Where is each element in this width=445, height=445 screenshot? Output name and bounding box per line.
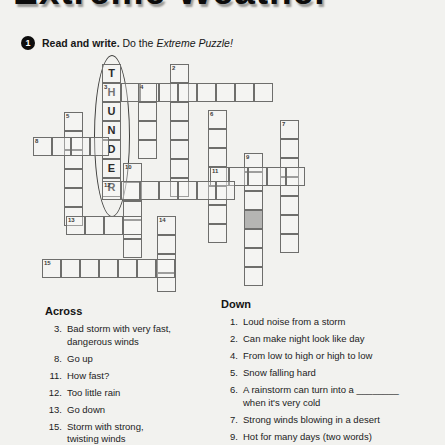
- grid-cell-3-across-3[interactable]: [159, 83, 178, 102]
- across-clue-3: 3.Bad storm with very fast, dangerous wi…: [45, 323, 213, 348]
- clue-text: A rainstorm can turn into a ________ whe…: [243, 384, 399, 409]
- grid-cell-13-across-1[interactable]: [85, 216, 104, 235]
- grid-cell-9-down-4[interactable]: [244, 229, 263, 248]
- grid-cell-12-across-5[interactable]: [197, 181, 216, 200]
- cell-number-14-down: 14: [159, 217, 166, 224]
- grid-cell-7-down-6[interactable]: [280, 234, 299, 253]
- grid-cell-7-down-1[interactable]: [280, 139, 299, 158]
- clue-text: Strong winds blowing in a desert: [243, 414, 380, 427]
- down-clue-5: 5.Snow falling hard: [221, 367, 441, 380]
- grid-cell-2-down-5[interactable]: [170, 159, 189, 178]
- cell-letter-1-down-0: T: [108, 68, 115, 79]
- grid-cell-5-down-3[interactable]: [64, 169, 83, 188]
- cell-number-11-across: 11: [212, 168, 218, 175]
- down-clue-7: 7.Strong winds blowing in a desert: [221, 414, 441, 427]
- cell-number-5-down: 5: [66, 113, 69, 120]
- grid-cell-7-down-4[interactable]: [280, 196, 299, 215]
- clue-number: 11.: [45, 370, 62, 383]
- grid-cell-1-down-5[interactable]: E: [102, 159, 121, 178]
- clue-text: Storm with strong, twisting winds: [67, 421, 144, 445]
- grid-cell-2-down-3[interactable]: [170, 121, 189, 140]
- down-header: Down: [221, 298, 441, 310]
- grid-cell-8-across-2[interactable]: [71, 137, 90, 156]
- clue-number: 12.: [45, 387, 62, 400]
- clue-number: 7.: [221, 414, 238, 427]
- cell-number-12-across: 12: [104, 182, 111, 189]
- grid-cell-15-across-3[interactable]: [99, 259, 118, 278]
- grid-cell-9-down-2[interactable]: [244, 191, 263, 210]
- clue-number: 1.: [221, 316, 238, 329]
- down-clues: Down 1.Loud noise from a storm2.Can make…: [221, 298, 441, 445]
- clue-number: 3.: [45, 323, 62, 348]
- grid-cell-2-down-0[interactable]: 2: [170, 64, 189, 83]
- clue-text: Loud noise from a storm: [243, 316, 345, 329]
- grid-cell-9-down-3[interactable]: [244, 210, 263, 229]
- grid-cell-13-across-3[interactable]: [123, 216, 142, 235]
- grid-cell-13-across-0[interactable]: 13: [66, 216, 85, 235]
- down-clue-6: 6.A rainstorm can turn into a ________ w…: [221, 384, 441, 409]
- across-header: Across: [45, 305, 213, 317]
- grid-cell-9-down-6[interactable]: [244, 267, 263, 286]
- across-clue-13: 13.Go down: [45, 404, 213, 417]
- grid-cell-12-across-2[interactable]: [140, 181, 159, 200]
- grid-cell-3-across-4[interactable]: [178, 83, 197, 102]
- clue-number: 15.: [45, 421, 62, 445]
- grid-cell-13-across-2[interactable]: [104, 216, 123, 235]
- grid-cell-11-across-2[interactable]: [248, 167, 267, 186]
- across-clue-list: 3.Bad storm with very fast, dangerous wi…: [45, 323, 213, 445]
- grid-cell-2-down-2[interactable]: [170, 102, 189, 121]
- grid-cell-15-across-2[interactable]: [80, 259, 99, 278]
- grid-cell-15-across-1[interactable]: [61, 259, 80, 278]
- grid-cell-9-down-5[interactable]: [244, 248, 263, 267]
- cell-number-2-down: 2: [172, 65, 175, 72]
- grid-cell-4-down-0[interactable]: 4: [138, 83, 157, 102]
- grid-cell-15-across-5[interactable]: [137, 259, 156, 278]
- grid-cell-6-down-0[interactable]: 6: [208, 110, 227, 129]
- clue-text: Too little rain: [67, 387, 120, 400]
- clue-number: 6.: [221, 384, 238, 409]
- grid-cell-12-across-0[interactable]: 12: [102, 181, 121, 200]
- cell-number-3-across: 3: [104, 84, 107, 91]
- grid-cell-5-down-4[interactable]: [64, 188, 83, 207]
- cell-letter-1-down-3: N: [108, 125, 116, 136]
- grid-cell-1-down-0[interactable]: T: [102, 64, 121, 83]
- grid-cell-3-across-7[interactable]: [235, 83, 254, 102]
- grid-cell-1-down-2[interactable]: U: [102, 102, 121, 121]
- worksheet-page: Extreme Weather 1 Read and write. Do the…: [0, 0, 445, 445]
- grid-cell-12-across-3[interactable]: [159, 181, 178, 200]
- cell-number-10-down: 10: [125, 164, 132, 171]
- grid-cell-3-across-5[interactable]: [197, 83, 216, 102]
- across-clue-15: 15.Storm with strong, twisting winds: [45, 421, 213, 445]
- clue-text: Bad storm with very fast, dangerous wind…: [67, 323, 171, 348]
- down-clue-9: 9.Hot for many days (two words): [221, 431, 441, 444]
- grid-cell-4-down-2[interactable]: [138, 121, 157, 140]
- grid-cell-3-across-6[interactable]: [216, 83, 235, 102]
- cell-number-6-down: 6: [210, 111, 213, 118]
- cell-number-13-across: 13: [68, 217, 75, 224]
- grid-cell-2-down-4[interactable]: [170, 140, 189, 159]
- clue-text: Go up: [67, 353, 93, 366]
- grid-cell-6-down-5[interactable]: [208, 205, 227, 224]
- across-clue-8: 8.Go up: [45, 353, 213, 366]
- cell-number-9-down: 9: [246, 154, 249, 161]
- cell-number-8-across: 8: [35, 138, 38, 145]
- grid-cell-7-down-5[interactable]: [280, 215, 299, 234]
- cell-letter-1-down-5: E: [108, 163, 115, 174]
- grid-cell-7-down-0[interactable]: 7: [280, 120, 299, 139]
- grid-cell-4-down-3[interactable]: [138, 140, 157, 159]
- cell-letter-1-down-2: U: [108, 106, 116, 117]
- clue-number: 9.: [221, 431, 238, 444]
- clue-number: 13.: [45, 404, 62, 417]
- down-clue-4: 4.From low to high or high to low: [221, 350, 441, 363]
- grid-cell-12-across-6[interactable]: [216, 181, 235, 200]
- grid-cell-6-down-6[interactable]: [208, 224, 227, 243]
- grid-cell-8-across-0[interactable]: 8: [33, 137, 52, 156]
- clue-number: 5.: [221, 367, 238, 380]
- across-clue-12: 12.Too little rain: [45, 387, 213, 400]
- down-clue-1: 1.Loud noise from a storm: [221, 316, 441, 329]
- clue-text: From low to high or high to low: [243, 350, 372, 363]
- clue-text: Go down: [67, 404, 105, 417]
- clue-number: 4.: [221, 350, 238, 363]
- clue-text: Can make night look like day: [243, 333, 364, 346]
- grid-cell-6-down-2[interactable]: [208, 148, 227, 167]
- grid-cell-14-down-0[interactable]: 14: [157, 216, 176, 235]
- cell-number-4-down: 4: [140, 84, 143, 91]
- grid-cell-5-down-0[interactable]: 5: [64, 112, 83, 131]
- clue-number: 2.: [221, 333, 238, 346]
- cell-number-15-across: 15: [44, 260, 51, 267]
- down-clue-2: 2.Can make night look like day: [221, 333, 441, 346]
- grid-cell-11-across-4[interactable]: [286, 167, 305, 186]
- grid-cell-3-across-8[interactable]: [254, 83, 273, 102]
- down-clue-list: 1.Loud noise from a storm2.Can make nigh…: [221, 316, 441, 443]
- grid-cell-12-across-1[interactable]: [121, 181, 140, 200]
- clue-text: Hot for many days (two words): [243, 431, 372, 444]
- across-clue-11: 11.How fast?: [45, 370, 213, 383]
- grid-cell-11-across-3[interactable]: [267, 167, 286, 186]
- grid-cell-4-down-1[interactable]: [138, 102, 157, 121]
- clue-text: How fast?: [67, 370, 109, 383]
- grid-cell-10-down-4[interactable]: [123, 239, 142, 258]
- clue-number: 8.: [45, 353, 62, 366]
- grid-cell-15-across-4[interactable]: [118, 259, 137, 278]
- grid-cell-10-down-0[interactable]: 10: [123, 163, 142, 182]
- grid-cell-6-down-1[interactable]: [208, 129, 227, 148]
- grid-cell-12-across-4[interactable]: [178, 181, 197, 200]
- grid-cell-15-across-6[interactable]: [156, 259, 175, 278]
- grid-cell-15-across-0[interactable]: 15: [42, 259, 61, 278]
- grid-cell-8-across-3[interactable]: [90, 137, 109, 156]
- grid-cell-14-down-1[interactable]: [157, 235, 176, 254]
- across-clues: Across 3.Bad storm with very fast, dange…: [45, 305, 213, 445]
- grid-cell-3-across-0[interactable]: 3: [102, 83, 121, 102]
- grid-cell-8-across-1[interactable]: [52, 137, 71, 156]
- cell-number-7-down: 7: [282, 121, 285, 128]
- clue-text: Snow falling hard: [243, 367, 316, 380]
